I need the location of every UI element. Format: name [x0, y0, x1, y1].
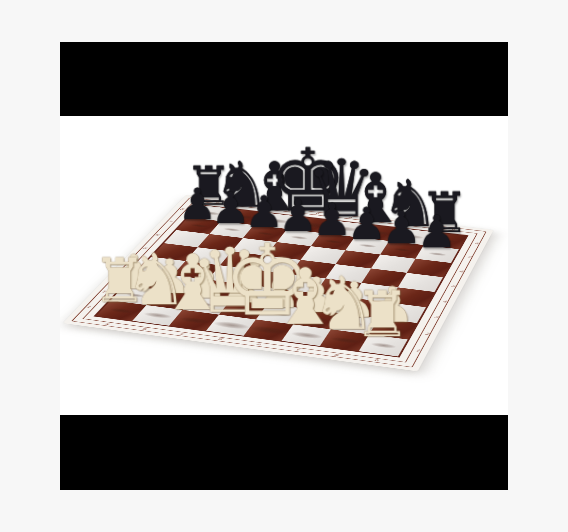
board-scene: abcdefghabcdefgh8765432187654321♜♞♝♚♛♝♞♜…	[60, 116, 508, 415]
rank-label-6: 6	[453, 264, 470, 280]
black-pawn-icon: ♟	[368, 209, 505, 254]
file-label-f: f	[276, 345, 318, 354]
photo-area: abcdefghabcdefgh8765432187654321♜♞♝♚♛♝♞♜…	[60, 116, 508, 415]
file-label-b: b	[124, 325, 164, 334]
letterbox-bottom	[60, 415, 508, 490]
file-label-c: c	[161, 330, 202, 339]
file-label-a: a	[87, 320, 127, 328]
letterbox-top	[60, 42, 508, 116]
file-label-h: h	[355, 356, 397, 365]
file-label-e: e	[238, 340, 279, 349]
chess-mat: abcdefghabcdefgh8765432187654321♜♞♝♚♛♝♞♜…	[63, 195, 494, 371]
product-photo[interactable]: abcdefghabcdefgh8765432187654321♜♞♝♚♛♝♞♜…	[60, 42, 508, 490]
file-label-d: d	[199, 335, 240, 344]
file-label-g: g	[316, 351, 358, 360]
white-rook-icon: ♜	[306, 283, 458, 346]
